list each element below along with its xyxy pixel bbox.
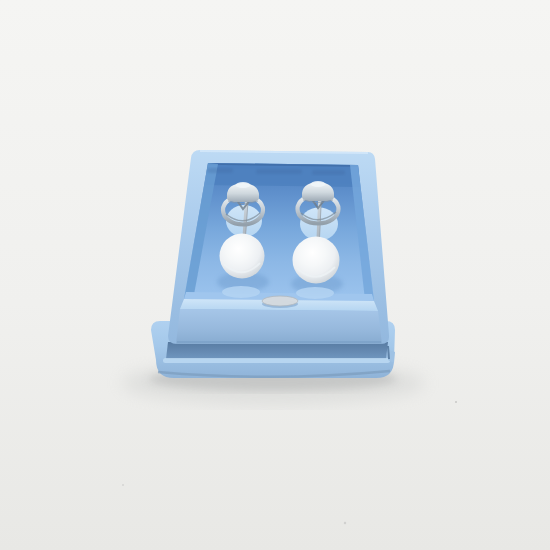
snap-disc: [262, 296, 298, 306]
tray-box-seam-shadow: [166, 342, 388, 359]
jewelry-box-body: [168, 150, 389, 344]
tray-rim-highlight: [163, 358, 390, 363]
pearl-reflection-left: [222, 286, 260, 298]
photo-stage: [0, 0, 550, 550]
scene-svg: [0, 0, 550, 550]
pearl-reflection-right: [296, 287, 334, 299]
clutch-dome-top-left: [236, 182, 251, 188]
tray-notch: [388, 346, 389, 359]
box-front-face: [176, 309, 382, 344]
clutch-dome-top-right: [311, 181, 326, 187]
